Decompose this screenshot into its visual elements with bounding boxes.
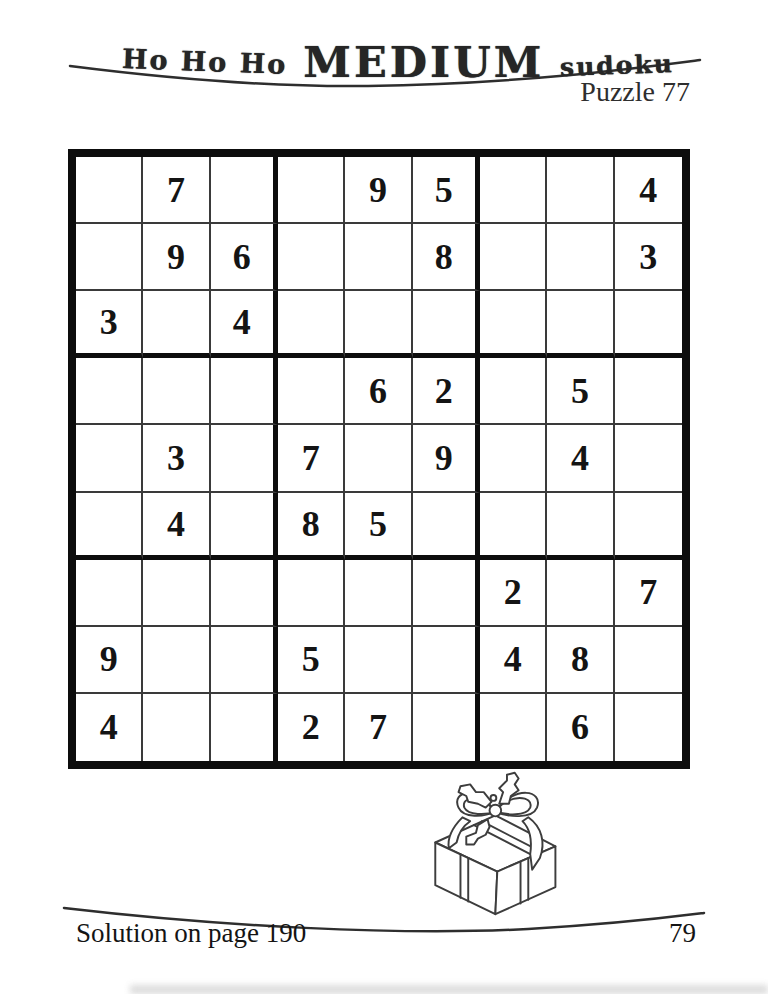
page-title: Ho Ho Ho MEDIUM sudoku (122, 30, 674, 80)
cell-r6c6[interactable] (413, 493, 480, 560)
cell-r6c7[interactable] (480, 493, 547, 560)
cell-r9c9[interactable] (615, 694, 682, 761)
cell-r1c5: 9 (345, 157, 412, 224)
cell-r4c5: 6 (345, 358, 412, 425)
solution-reference: Solution on page 190 (76, 918, 306, 949)
cell-r7c1[interactable] (76, 560, 143, 627)
gift-box-illustration (398, 765, 583, 920)
sudoku-board: 795496833462537944852795484276 (68, 149, 690, 769)
cell-r1c1[interactable] (76, 157, 143, 224)
cell-r5c6: 9 (413, 425, 480, 492)
cell-r5c2: 3 (143, 425, 210, 492)
cell-r9c8: 6 (547, 694, 614, 761)
cell-r7c7: 2 (480, 560, 547, 627)
cell-r9c7[interactable] (480, 694, 547, 761)
cell-r6c1[interactable] (76, 493, 143, 560)
cell-r5c1[interactable] (76, 425, 143, 492)
book-page: Ho Ho Ho MEDIUM sudoku Puzzle 77 7954968… (0, 0, 768, 994)
cell-r7c8[interactable] (547, 560, 614, 627)
cell-r3c2[interactable] (143, 291, 210, 358)
cell-r5c4: 7 (278, 425, 345, 492)
cell-r1c7[interactable] (480, 157, 547, 224)
cell-r2c7[interactable] (480, 224, 547, 291)
cell-r3c8[interactable] (547, 291, 614, 358)
cell-r9c4: 2 (278, 694, 345, 761)
cell-r1c6: 5 (413, 157, 480, 224)
cell-r2c2: 9 (143, 224, 210, 291)
cell-r3c1: 3 (76, 291, 143, 358)
cell-r3c7[interactable] (480, 291, 547, 358)
cell-r2c1[interactable] (76, 224, 143, 291)
cell-r7c5[interactable] (345, 560, 412, 627)
cell-r7c6[interactable] (413, 560, 480, 627)
cell-r4c2[interactable] (143, 358, 210, 425)
puzzle-number-label: Puzzle 77 (580, 76, 690, 108)
cell-r1c4[interactable] (278, 157, 345, 224)
cell-r3c3: 4 (211, 291, 278, 358)
cell-r3c4[interactable] (278, 291, 345, 358)
cell-r6c8[interactable] (547, 493, 614, 560)
cell-r1c2: 7 (143, 157, 210, 224)
cell-r7c9: 7 (615, 560, 682, 627)
cell-r6c2: 4 (143, 493, 210, 560)
cell-r4c4[interactable] (278, 358, 345, 425)
cell-r8c4: 5 (278, 627, 345, 694)
cell-r8c1: 9 (76, 627, 143, 694)
cell-r7c4[interactable] (278, 560, 345, 627)
cell-r5c3[interactable] (211, 425, 278, 492)
cell-r6c4: 8 (278, 493, 345, 560)
cell-r8c8: 8 (547, 627, 614, 694)
cell-r9c6[interactable] (413, 694, 480, 761)
cell-r3c6[interactable] (413, 291, 480, 358)
cell-r2c3: 6 (211, 224, 278, 291)
cell-r2c8[interactable] (547, 224, 614, 291)
title-difficulty: MEDIUM (303, 37, 544, 87)
cell-r9c5: 7 (345, 694, 412, 761)
cell-r6c3[interactable] (211, 493, 278, 560)
cell-r3c5[interactable] (345, 291, 412, 358)
cell-r5c7[interactable] (480, 425, 547, 492)
cell-r7c2[interactable] (143, 560, 210, 627)
cell-r1c8[interactable] (547, 157, 614, 224)
cell-r4c1[interactable] (76, 358, 143, 425)
cell-r5c8: 4 (547, 425, 614, 492)
cell-r8c2[interactable] (143, 627, 210, 694)
cell-r7c3[interactable] (211, 560, 278, 627)
cell-r6c5: 5 (345, 493, 412, 560)
cell-r9c1: 4 (76, 694, 143, 761)
page-scan-shadow (130, 985, 768, 994)
cell-r1c3[interactable] (211, 157, 278, 224)
cell-r4c3[interactable] (211, 358, 278, 425)
cell-r8c3[interactable] (211, 627, 278, 694)
cell-r8c5[interactable] (345, 627, 412, 694)
cell-r2c5[interactable] (345, 224, 412, 291)
cell-r2c4[interactable] (278, 224, 345, 291)
cell-r4c9[interactable] (615, 358, 682, 425)
cell-r6c9[interactable] (615, 493, 682, 560)
cell-r4c8: 5 (547, 358, 614, 425)
cell-r9c2[interactable] (143, 694, 210, 761)
cell-r9c3[interactable] (211, 694, 278, 761)
cell-r4c7[interactable] (480, 358, 547, 425)
cell-r2c6: 8 (413, 224, 480, 291)
cell-r5c5[interactable] (345, 425, 412, 492)
title-prefix: Ho Ho Ho (122, 43, 288, 80)
cell-r8c7: 4 (480, 627, 547, 694)
cell-r4c6: 2 (413, 358, 480, 425)
cell-r5c9[interactable] (615, 425, 682, 492)
cell-r8c9[interactable] (615, 627, 682, 694)
cell-r3c9[interactable] (615, 291, 682, 358)
cell-r1c9: 4 (615, 157, 682, 224)
cell-r2c9: 3 (615, 224, 682, 291)
cell-r8c6[interactable] (413, 627, 480, 694)
page-number: 79 (669, 918, 696, 949)
